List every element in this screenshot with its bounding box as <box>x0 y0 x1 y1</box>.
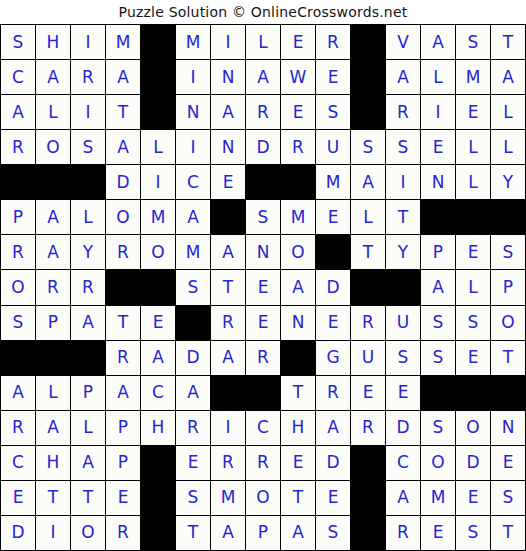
letter-cell-r2c7: N <box>211 60 245 94</box>
letter-cell-r12c7: I <box>211 411 245 445</box>
letter-cell-r2c3: R <box>71 60 105 94</box>
letter-cell-r14c10: E <box>316 481 350 515</box>
letter-cell-r7c1: R <box>1 235 35 269</box>
black-cell-r8c11 <box>351 270 385 304</box>
letter-cell-r6c12: T <box>386 200 420 234</box>
letter-cell-r12c4: P <box>106 411 140 445</box>
letter-cell-r6c2: A <box>36 200 70 234</box>
letter-cell-r1c4: M <box>106 25 140 59</box>
letter-cell-r11c3: P <box>71 376 105 410</box>
letter-cell-r1c15: T <box>491 25 525 59</box>
letter-cell-r2c2: A <box>36 60 70 94</box>
letter-cell-r13c1: C <box>1 446 35 480</box>
letter-cell-r11c4: A <box>106 376 140 410</box>
letter-cell-r3c7: A <box>211 95 245 129</box>
letter-cell-r1c7: I <box>211 25 245 59</box>
letter-cell-r13c8: R <box>246 446 280 480</box>
letter-cell-r13c12: C <box>386 446 420 480</box>
letter-cell-r6c5: M <box>141 200 175 234</box>
black-cell-r5c8 <box>246 165 280 199</box>
letter-cell-r10c12: S <box>386 341 420 375</box>
letter-cell-r12c1: R <box>1 411 35 445</box>
black-cell-r11c7 <box>211 376 245 410</box>
letter-cell-r11c11: E <box>351 376 385 410</box>
letter-cell-r7c11: T <box>351 235 385 269</box>
letter-cell-r15c4: R <box>106 516 140 550</box>
letter-cell-r8c15: P <box>491 270 525 304</box>
letter-cell-r14c15: S <box>491 481 525 515</box>
letter-cell-r10c11: U <box>351 341 385 375</box>
letter-cell-r3c10: S <box>316 95 350 129</box>
black-cell-r13c11 <box>351 446 385 480</box>
letter-cell-r5c5: I <box>141 165 175 199</box>
letter-cell-r4c6: I <box>176 130 210 164</box>
letter-cell-r2c9: W <box>281 60 315 94</box>
letter-cell-r6c11: L <box>351 200 385 234</box>
letter-cell-r4c2: O <box>36 130 70 164</box>
black-cell-r1c11 <box>351 25 385 59</box>
letter-cell-r9c4: T <box>106 306 140 340</box>
letter-cell-r7c3: Y <box>71 235 105 269</box>
letter-cell-r9c11: R <box>351 306 385 340</box>
letter-cell-r1c10: R <box>316 25 350 59</box>
letter-cell-r15c3: O <box>71 516 105 550</box>
letter-cell-r3c6: N <box>176 95 210 129</box>
black-cell-r11c14 <box>456 376 490 410</box>
letter-cell-r9c15: O <box>491 306 525 340</box>
letter-cell-r13c7: R <box>211 446 245 480</box>
letter-cell-r2c8: A <box>246 60 280 94</box>
letter-cell-r1c2: H <box>36 25 70 59</box>
letter-cell-r8c8: E <box>246 270 280 304</box>
letter-cell-r5c7: E <box>211 165 245 199</box>
letter-cell-r15c10: S <box>316 516 350 550</box>
letter-cell-r13c13: O <box>421 446 455 480</box>
letter-cell-r7c15: S <box>491 235 525 269</box>
letter-cell-r4c10: U <box>316 130 350 164</box>
letter-cell-r1c8: L <box>246 25 280 59</box>
letter-cell-r14c9: T <box>281 481 315 515</box>
letter-cell-r9c1: S <box>1 306 35 340</box>
letter-cell-r14c6: S <box>176 481 210 515</box>
letter-cell-r2c12: A <box>386 60 420 94</box>
letter-cell-r3c12: R <box>386 95 420 129</box>
black-cell-r5c9 <box>281 165 315 199</box>
page-title: Puzzle Solution © OnlineCrosswords.net <box>0 0 526 24</box>
letter-cell-r8c6: S <box>176 270 210 304</box>
letter-cell-r9c10: E <box>316 306 350 340</box>
letter-cell-r12c6: R <box>176 411 210 445</box>
letter-cell-r3c4: T <box>106 95 140 129</box>
letter-cell-r11c1: A <box>1 376 35 410</box>
letter-cell-r6c8: S <box>246 200 280 234</box>
letter-cell-r4c4: A <box>106 130 140 164</box>
letter-cell-r8c1: O <box>1 270 35 304</box>
letter-cell-r10c7: A <box>211 341 245 375</box>
letter-cell-r4c1: R <box>1 130 35 164</box>
letter-cell-r12c11: R <box>351 411 385 445</box>
black-cell-r10c3 <box>71 341 105 375</box>
letter-cell-r9c9: N <box>281 306 315 340</box>
letter-cell-r4c7: N <box>211 130 245 164</box>
letter-cell-r9c8: E <box>246 306 280 340</box>
black-cell-r5c2 <box>36 165 70 199</box>
black-cell-r3c5 <box>141 95 175 129</box>
letter-cell-r15c2: I <box>36 516 70 550</box>
letter-cell-r15c7: A <box>211 516 245 550</box>
letter-cell-r6c1: P <box>1 200 35 234</box>
letter-cell-r2c15: A <box>491 60 525 94</box>
letter-cell-r2c14: M <box>456 60 490 94</box>
letter-cell-r15c13: E <box>421 516 455 550</box>
letter-cell-r11c5: C <box>141 376 175 410</box>
letter-cell-r14c4: E <box>106 481 140 515</box>
letter-cell-r2c4: A <box>106 60 140 94</box>
letter-cell-r12c13: S <box>421 411 455 445</box>
letter-cell-r1c14: S <box>456 25 490 59</box>
letter-cell-r10c4: R <box>106 341 140 375</box>
black-cell-r2c11 <box>351 60 385 94</box>
letter-cell-r12c9: H <box>281 411 315 445</box>
letter-cell-r1c12: V <box>386 25 420 59</box>
letter-cell-r13c4: P <box>106 446 140 480</box>
letter-cell-r3c1: A <box>1 95 35 129</box>
letter-cell-r5c6: C <box>176 165 210 199</box>
letter-cell-r7c7: A <box>211 235 245 269</box>
letter-cell-r15c9: A <box>281 516 315 550</box>
letter-cell-r5c4: D <box>106 165 140 199</box>
letter-cell-r2c10: E <box>316 60 350 94</box>
letter-cell-r11c9: T <box>281 376 315 410</box>
letter-cell-r8c13: A <box>421 270 455 304</box>
letter-cell-r3c14: E <box>456 95 490 129</box>
letter-cell-r14c7: M <box>211 481 245 515</box>
letter-cell-r13c6: E <box>176 446 210 480</box>
letter-cell-r9c7: R <box>211 306 245 340</box>
letter-cell-r14c14: E <box>456 481 490 515</box>
black-cell-r14c5 <box>141 481 175 515</box>
letter-cell-r5c13: N <box>421 165 455 199</box>
letter-cell-r1c6: M <box>176 25 210 59</box>
letter-cell-r14c1: E <box>1 481 35 515</box>
letter-cell-r13c9: E <box>281 446 315 480</box>
letter-cell-r14c13: M <box>421 481 455 515</box>
letter-cell-r4c12: S <box>386 130 420 164</box>
letter-cell-r3c13: I <box>421 95 455 129</box>
letter-cell-r7c12: Y <box>386 235 420 269</box>
letter-cell-r2c13: L <box>421 60 455 94</box>
black-cell-r2c5 <box>141 60 175 94</box>
letter-cell-r12c12: D <box>386 411 420 445</box>
letter-cell-r13c15: E <box>491 446 525 480</box>
letter-cell-r1c13: A <box>421 25 455 59</box>
black-cell-r8c12 <box>386 270 420 304</box>
letter-cell-r10c6: D <box>176 341 210 375</box>
letter-cell-r15c8: P <box>246 516 280 550</box>
letter-cell-r14c12: A <box>386 481 420 515</box>
letter-cell-r14c2: T <box>36 481 70 515</box>
letter-cell-r9c5: E <box>141 306 175 340</box>
letter-cell-r13c2: H <box>36 446 70 480</box>
letter-cell-r6c3: L <box>71 200 105 234</box>
letter-cell-r11c12: E <box>386 376 420 410</box>
letter-cell-r8c14: L <box>456 270 490 304</box>
letter-cell-r5c14: L <box>456 165 490 199</box>
black-cell-r10c9 <box>281 341 315 375</box>
letter-cell-r11c10: R <box>316 376 350 410</box>
letter-cell-r11c2: L <box>36 376 70 410</box>
letter-cell-r3c3: I <box>71 95 105 129</box>
letter-cell-r7c6: M <box>176 235 210 269</box>
letter-cell-r7c13: P <box>421 235 455 269</box>
letter-cell-r1c1: S <box>1 25 35 59</box>
letter-cell-r12c5: H <box>141 411 175 445</box>
black-cell-r11c13 <box>421 376 455 410</box>
letter-cell-r9c3: A <box>71 306 105 340</box>
letter-cell-r3c2: L <box>36 95 70 129</box>
letter-cell-r7c14: E <box>456 235 490 269</box>
letter-cell-r10c14: E <box>456 341 490 375</box>
letter-cell-r2c6: I <box>176 60 210 94</box>
letter-cell-r13c3: A <box>71 446 105 480</box>
letter-cell-r3c9: E <box>281 95 315 129</box>
letter-cell-r4c5: L <box>141 130 175 164</box>
letter-cell-r10c13: S <box>421 341 455 375</box>
black-cell-r8c5 <box>141 270 175 304</box>
letter-cell-r13c10: D <box>316 446 350 480</box>
black-cell-r1c5 <box>141 25 175 59</box>
letter-cell-r8c10: D <box>316 270 350 304</box>
black-cell-r11c8 <box>246 376 280 410</box>
letter-cell-r3c15: L <box>491 95 525 129</box>
letter-cell-r10c10: G <box>316 341 350 375</box>
letter-cell-r12c14: O <box>456 411 490 445</box>
black-cell-r11c15 <box>491 376 525 410</box>
letter-cell-r4c9: R <box>281 130 315 164</box>
letter-cell-r9c13: S <box>421 306 455 340</box>
letter-cell-r7c8: N <box>246 235 280 269</box>
letter-cell-r15c14: S <box>456 516 490 550</box>
letter-cell-r12c3: L <box>71 411 105 445</box>
letter-cell-r11c6: A <box>176 376 210 410</box>
letter-cell-r12c8: C <box>246 411 280 445</box>
letter-cell-r1c3: I <box>71 25 105 59</box>
letter-cell-r10c5: A <box>141 341 175 375</box>
letter-cell-r8c7: T <box>211 270 245 304</box>
black-cell-r3c11 <box>351 95 385 129</box>
letter-cell-r10c8: R <box>246 341 280 375</box>
letter-cell-r6c9: M <box>281 200 315 234</box>
letter-cell-r6c4: O <box>106 200 140 234</box>
letter-cell-r15c12: R <box>386 516 420 550</box>
letter-cell-r8c2: R <box>36 270 70 304</box>
letter-cell-r13c14: D <box>456 446 490 480</box>
letter-cell-r15c15: T <box>491 516 525 550</box>
letter-cell-r15c6: T <box>176 516 210 550</box>
black-cell-r6c13 <box>421 200 455 234</box>
letter-cell-r5c15: Y <box>491 165 525 199</box>
black-cell-r13c5 <box>141 446 175 480</box>
letter-cell-r7c9: O <box>281 235 315 269</box>
black-cell-r6c7 <box>211 200 245 234</box>
letter-cell-r15c1: D <box>1 516 35 550</box>
letter-cell-r4c15: L <box>491 130 525 164</box>
letter-cell-r4c11: S <box>351 130 385 164</box>
letter-cell-r9c12: U <box>386 306 420 340</box>
letter-cell-r4c3: S <box>71 130 105 164</box>
letter-cell-r12c2: A <box>36 411 70 445</box>
letter-cell-r12c10: A <box>316 411 350 445</box>
letter-cell-r14c8: O <box>246 481 280 515</box>
letter-cell-r5c10: M <box>316 165 350 199</box>
letter-cell-r3c8: R <box>246 95 280 129</box>
letter-cell-r5c12: I <box>386 165 420 199</box>
black-cell-r5c1 <box>1 165 35 199</box>
black-cell-r7c10 <box>316 235 350 269</box>
black-cell-r8c4 <box>106 270 140 304</box>
letter-cell-r8c9: A <box>281 270 315 304</box>
letter-cell-r4c13: E <box>421 130 455 164</box>
letter-cell-r7c5: O <box>141 235 175 269</box>
letter-cell-r8c3: R <box>71 270 105 304</box>
black-cell-r5c3 <box>71 165 105 199</box>
black-cell-r6c14 <box>456 200 490 234</box>
black-cell-r9c6 <box>176 306 210 340</box>
black-cell-r15c5 <box>141 516 175 550</box>
letter-cell-r9c2: P <box>36 306 70 340</box>
letter-cell-r5c11: A <box>351 165 385 199</box>
letter-cell-r12c15: N <box>491 411 525 445</box>
crossword-grid: SHIMMILERVASTCARAINAWEALMAALITNARESRIELR… <box>0 24 526 551</box>
black-cell-r10c1 <box>1 341 35 375</box>
letter-cell-r7c2: A <box>36 235 70 269</box>
letter-cell-r4c8: D <box>246 130 280 164</box>
letter-cell-r7c4: R <box>106 235 140 269</box>
letter-cell-r1c9: E <box>281 25 315 59</box>
letter-cell-r9c14: S <box>456 306 490 340</box>
letter-cell-r10c15: T <box>491 341 525 375</box>
letter-cell-r6c6: A <box>176 200 210 234</box>
letter-cell-r4c14: L <box>456 130 490 164</box>
black-cell-r10c2 <box>36 341 70 375</box>
letter-cell-r6c10: E <box>316 200 350 234</box>
black-cell-r6c15 <box>491 200 525 234</box>
black-cell-r15c11 <box>351 516 385 550</box>
letter-cell-r14c3: T <box>71 481 105 515</box>
letter-cell-r2c1: C <box>1 60 35 94</box>
black-cell-r14c11 <box>351 481 385 515</box>
crossword-solution-page: Puzzle Solution © OnlineCrosswords.net S… <box>0 0 526 551</box>
